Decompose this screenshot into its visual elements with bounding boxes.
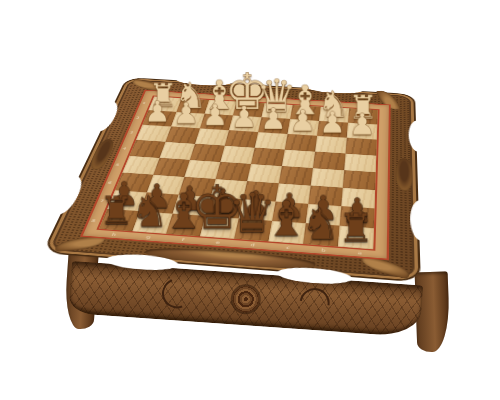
file-label: b bbox=[306, 246, 342, 254]
piece-white-pawn[interactable]: ♟ bbox=[144, 97, 170, 126]
square-c3[interactable] bbox=[285, 134, 317, 152]
piece-black-rook[interactable]: ♜ bbox=[99, 192, 134, 231]
file-label: f bbox=[165, 236, 201, 244]
square-a3[interactable] bbox=[346, 138, 377, 156]
vine-curl-ornament bbox=[294, 282, 336, 324]
square-a5[interactable] bbox=[343, 170, 376, 190]
piece-white-pawn[interactable]: ♟ bbox=[173, 99, 199, 128]
square-e2[interactable]: ♟ bbox=[229, 116, 262, 133]
rank-label: 3 bbox=[126, 125, 136, 141]
file-label: e bbox=[200, 238, 236, 246]
square-h5[interactable] bbox=[122, 156, 159, 175]
square-a4[interactable] bbox=[344, 154, 376, 173]
square-b5[interactable] bbox=[311, 168, 345, 188]
side-medallion-carving bbox=[396, 158, 413, 191]
square-b3[interactable] bbox=[315, 136, 347, 154]
square-c4[interactable] bbox=[282, 150, 315, 169]
file-label: c bbox=[270, 244, 306, 252]
piece-black-rook[interactable]: ♜ bbox=[338, 209, 373, 248]
piece-white-pawn[interactable]: ♟ bbox=[201, 101, 227, 130]
square-d4[interactable] bbox=[251, 148, 285, 166]
flower-medallion bbox=[232, 285, 260, 313]
product-photo-background: ♜♞♝♚♛♝♞♜♟♟♟♟♟♟♟♟♟♟♟♟♟♟♟♟♜♞♝♚♛♝♞♜ hgfedcb… bbox=[0, 0, 500, 400]
square-a2[interactable]: ♟ bbox=[347, 123, 377, 140]
square-a8[interactable]: ♜ bbox=[338, 226, 374, 249]
piece-white-pawn[interactable]: ♟ bbox=[289, 106, 316, 136]
square-b8[interactable]: ♞ bbox=[303, 223, 340, 246]
piece-white-pawn[interactable]: ♟ bbox=[348, 110, 375, 140]
square-d5[interactable] bbox=[247, 164, 282, 183]
square-d2[interactable]: ♟ bbox=[258, 117, 290, 134]
square-g3[interactable] bbox=[165, 127, 199, 144]
square-c5[interactable] bbox=[279, 166, 313, 186]
square-f2[interactable]: ♟ bbox=[200, 114, 233, 130]
vine-curl-ornament bbox=[157, 274, 197, 314]
piece-white-pawn[interactable]: ♟ bbox=[319, 108, 346, 138]
square-c2[interactable]: ♟ bbox=[288, 119, 319, 136]
square-f4[interactable] bbox=[190, 144, 225, 162]
piece-white-pawn[interactable]: ♟ bbox=[260, 104, 286, 133]
square-e4[interactable] bbox=[220, 146, 254, 164]
piece-black-knight[interactable]: ♞ bbox=[301, 202, 340, 246]
square-g2[interactable]: ♟ bbox=[171, 112, 205, 128]
square-b4[interactable] bbox=[313, 152, 346, 171]
board-margin: ♜♞♝♚♛♝♞♜♟♟♟♟♟♟♟♟♟♟♟♟♟♟♟♟♜♞♝♚♛♝♞♜ hgfedcb… bbox=[80, 90, 391, 260]
piece-white-pawn[interactable]: ♟ bbox=[231, 102, 257, 131]
square-b2[interactable]: ♟ bbox=[317, 121, 348, 138]
